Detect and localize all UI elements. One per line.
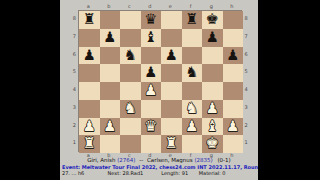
piece-white-queen: ♛ [141, 118, 162, 136]
piece-black-knight: ♞ [182, 64, 203, 82]
square-h4[interactable] [223, 82, 244, 100]
last-move-text: 27. ... h6 [62, 170, 106, 176]
rank-labels-right: 87654321 [245, 10, 251, 152]
piece-black-queen: ♛ [141, 11, 162, 29]
square-c8[interactable] [120, 11, 141, 29]
rank-label-5: 5 [245, 63, 251, 81]
square-f3[interactable]: ♞ [182, 100, 203, 118]
black-player-rating: (2835) [194, 157, 212, 163]
square-a2[interactable]: ♟ [79, 118, 100, 136]
piece-white-pawn: ♟ [141, 82, 162, 100]
rank-label-8: 8 [245, 10, 251, 28]
square-f4[interactable] [182, 82, 203, 100]
square-d8[interactable]: ♛ [141, 11, 162, 29]
piece-black-pawn: ♟ [141, 64, 162, 82]
square-e3[interactable] [161, 100, 182, 118]
square-h8[interactable] [223, 11, 244, 29]
letterbox-right [258, 0, 320, 180]
square-h3[interactable] [223, 100, 244, 118]
chess-viewer-window: abcdefgh 87654321 ♜♛♜♚♟♝♟♟♞♟♟♟♞♟♞♞♟♟♟♛♟♝… [60, 0, 258, 180]
rank-label-2: 2 [70, 117, 76, 135]
piece-white-rook: ♜ [79, 135, 100, 153]
square-e5[interactable] [161, 64, 182, 82]
square-a3[interactable] [79, 100, 100, 118]
square-a4[interactable] [79, 82, 100, 100]
file-labels-top: abcdefgh [78, 3, 242, 9]
file-label-d: d [140, 3, 161, 9]
square-c3[interactable]: ♞ [120, 100, 141, 118]
players-separator: -- [139, 157, 143, 163]
square-f5[interactable]: ♞ [182, 64, 203, 82]
square-c5[interactable] [120, 64, 141, 82]
rank-label-6: 6 [70, 46, 76, 64]
white-player-name: Giri, Anish [87, 157, 115, 163]
square-a7[interactable] [79, 29, 100, 47]
rank-label-4: 4 [70, 81, 76, 99]
square-a1[interactable]: ♜ [79, 135, 100, 153]
black-player-name: Carlsen, Magnus [147, 157, 193, 163]
rank-label-7: 7 [70, 28, 76, 46]
rank-label-5: 5 [70, 63, 76, 81]
square-b5[interactable] [100, 64, 121, 82]
square-g4[interactable] [202, 82, 223, 100]
white-player-rating: (2764) [117, 157, 135, 163]
piece-black-pawn: ♟ [161, 47, 182, 65]
square-b3[interactable] [100, 100, 121, 118]
piece-white-pawn: ♟ [182, 118, 203, 136]
piece-white-rook: ♜ [161, 135, 182, 153]
square-e8[interactable] [161, 11, 182, 29]
piece-white-pawn: ♟ [223, 118, 244, 136]
square-d7[interactable]: ♝ [141, 29, 162, 47]
piece-black-bishop: ♝ [141, 29, 162, 47]
square-b8[interactable] [100, 11, 121, 29]
square-g5[interactable] [202, 64, 223, 82]
chess-board: ♜♛♜♚♟♝♟♟♞♟♟♟♞♟♞♞♟♟♟♛♟♝♟♜♜♚ [78, 10, 242, 152]
square-c1[interactable] [120, 135, 141, 153]
game-length-text: Length: 91 [161, 170, 197, 176]
square-d1[interactable] [141, 135, 162, 153]
rank-label-8: 8 [70, 10, 76, 28]
piece-black-king: ♚ [202, 11, 223, 29]
piece-black-rook: ♜ [79, 11, 100, 29]
file-label-a: a [78, 3, 99, 9]
square-f7[interactable] [182, 29, 203, 47]
square-c4[interactable] [120, 82, 141, 100]
square-f1[interactable] [182, 135, 203, 153]
file-label-b: b [99, 3, 120, 9]
square-d4[interactable]: ♟ [141, 82, 162, 100]
square-e4[interactable] [161, 82, 182, 100]
square-b1[interactable] [100, 135, 121, 153]
square-e6[interactable]: ♟ [161, 47, 182, 65]
piece-black-pawn: ♟ [100, 29, 121, 47]
status-line: 27. ... h6 Next: 28.Rad1 Length: 91 Mate… [60, 170, 258, 176]
square-a6[interactable]: ♟ [79, 47, 100, 65]
piece-black-rook: ♜ [182, 11, 203, 29]
next-move-text: Next: 28.Rad1 [108, 170, 160, 176]
square-g1[interactable]: ♚ [202, 135, 223, 153]
screenshot-frame: abcdefgh 87654321 ♜♛♜♚♟♝♟♟♞♟♟♟♞♟♞♞♟♟♟♛♟♝… [0, 0, 320, 180]
square-c6[interactable]: ♞ [120, 47, 141, 65]
square-h5[interactable] [223, 64, 244, 82]
file-label-g: g [201, 3, 222, 9]
players-line: Giri, Anish (2764) -- Carlsen, Magnus (2… [60, 157, 258, 163]
rank-label-1: 1 [70, 134, 76, 152]
rank-label-4: 4 [245, 81, 251, 99]
square-b6[interactable] [100, 47, 121, 65]
square-g8[interactable]: ♚ [202, 11, 223, 29]
file-label-c: c [119, 3, 140, 9]
piece-white-bishop: ♝ [202, 118, 223, 136]
rank-labels-left: 87654321 [70, 10, 76, 152]
file-label-h: h [222, 3, 243, 9]
piece-white-knight: ♞ [182, 100, 203, 118]
square-d2[interactable]: ♛ [141, 118, 162, 136]
square-a8[interactable]: ♜ [79, 11, 100, 29]
piece-black-pawn: ♟ [223, 47, 244, 65]
piece-black-knight: ♞ [120, 47, 141, 65]
material-balance-text: Material: 0 [199, 170, 226, 176]
square-a5[interactable] [79, 64, 100, 82]
square-d6[interactable] [141, 47, 162, 65]
piece-black-pawn: ♟ [79, 47, 100, 65]
square-h6[interactable]: ♟ [223, 47, 244, 65]
rank-label-6: 6 [245, 46, 251, 64]
file-label-f: f [181, 3, 202, 9]
square-f2[interactable]: ♟ [182, 118, 203, 136]
square-c2[interactable] [120, 118, 141, 136]
square-b4[interactable] [100, 82, 121, 100]
rank-label-7: 7 [245, 28, 251, 46]
piece-white-pawn: ♟ [79, 118, 100, 136]
rank-label-3: 3 [70, 99, 76, 117]
square-f6[interactable] [182, 47, 203, 65]
square-h2[interactable]: ♟ [223, 118, 244, 136]
rank-label-1: 1 [245, 134, 251, 152]
square-g6[interactable] [202, 47, 223, 65]
rank-label-2: 2 [245, 117, 251, 135]
piece-white-pawn: ♟ [202, 100, 223, 118]
piece-black-pawn: ♟ [202, 29, 223, 47]
square-h1[interactable] [223, 135, 244, 153]
piece-white-pawn: ♟ [100, 118, 121, 136]
rank-label-3: 3 [245, 99, 251, 117]
square-d3[interactable] [141, 100, 162, 118]
piece-white-king: ♚ [202, 135, 223, 153]
square-f8[interactable]: ♜ [182, 11, 203, 29]
square-b7[interactable]: ♟ [100, 29, 121, 47]
square-g2[interactable]: ♝ [202, 118, 223, 136]
square-e7[interactable] [161, 29, 182, 47]
square-e1[interactable]: ♜ [161, 135, 182, 153]
square-h7[interactable] [223, 29, 244, 47]
game-result: (0-1) [217, 157, 230, 163]
piece-white-knight: ♞ [120, 100, 141, 118]
square-e2[interactable] [161, 118, 182, 136]
file-label-e: e [160, 3, 181, 9]
square-g7[interactable]: ♟ [202, 29, 223, 47]
square-b2[interactable]: ♟ [100, 118, 121, 136]
letterbox-left [0, 0, 60, 180]
square-c7[interactable] [120, 29, 141, 47]
square-d5[interactable]: ♟ [141, 64, 162, 82]
square-g3[interactable]: ♟ [202, 100, 223, 118]
